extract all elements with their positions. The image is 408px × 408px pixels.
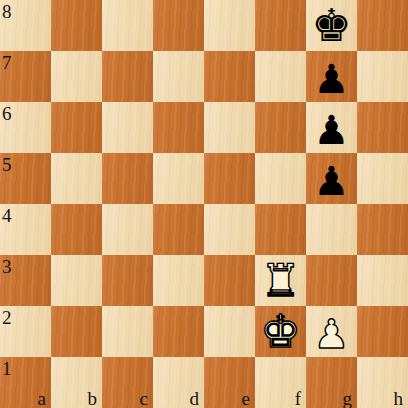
square-h7[interactable] — [357, 51, 408, 102]
square-d4[interactable] — [153, 204, 204, 255]
square-e1[interactable]: e — [204, 357, 255, 408]
square-c1[interactable]: c — [102, 357, 153, 408]
square-d1[interactable]: d — [153, 357, 204, 408]
square-f7[interactable] — [255, 51, 306, 102]
square-b5[interactable] — [51, 153, 102, 204]
square-h6[interactable] — [357, 102, 408, 153]
square-d6[interactable] — [153, 102, 204, 153]
square-f5[interactable] — [255, 153, 306, 204]
square-e7[interactable] — [204, 51, 255, 102]
rank-label-3: 3 — [2, 257, 12, 276]
square-a3[interactable]: 3 — [0, 255, 51, 306]
square-c8[interactable] — [102, 0, 153, 51]
square-c5[interactable] — [102, 153, 153, 204]
square-e3[interactable] — [204, 255, 255, 306]
rank-label-8: 8 — [2, 2, 12, 21]
file-label-h: h — [394, 389, 404, 408]
black-pawn-g7[interactable]: ♟ — [306, 51, 357, 104]
rank-label-6: 6 — [2, 104, 12, 123]
square-b2[interactable] — [51, 306, 102, 357]
square-b7[interactable] — [51, 51, 102, 102]
square-g8[interactable]: ♚ — [306, 0, 357, 51]
square-a8[interactable]: 8 — [0, 0, 51, 51]
rank-label-1: 1 — [2, 359, 12, 378]
square-h1[interactable]: h — [357, 357, 408, 408]
square-d5[interactable] — [153, 153, 204, 204]
white-rook-f3[interactable]: ♜ — [255, 255, 306, 306]
square-a5[interactable]: 5 — [0, 153, 51, 204]
square-f8[interactable] — [255, 0, 306, 51]
file-label-g: g — [343, 389, 353, 408]
square-g5[interactable]: ♟ — [306, 153, 357, 204]
square-f3[interactable]: ♜ — [255, 255, 306, 306]
square-h5[interactable] — [357, 153, 408, 204]
chess-board: 8♚7♟6♟5♟43♜2♚♟1abcdefgh — [0, 0, 408, 408]
square-a2[interactable]: 2 — [0, 306, 51, 357]
square-a1[interactable]: 1a — [0, 357, 51, 408]
square-h8[interactable] — [357, 0, 408, 51]
square-f2[interactable]: ♚ — [255, 306, 306, 357]
square-d8[interactable] — [153, 0, 204, 51]
square-f1[interactable]: f — [255, 357, 306, 408]
rank-label-2: 2 — [2, 308, 12, 327]
square-g7[interactable]: ♟ — [306, 51, 357, 102]
square-c2[interactable] — [102, 306, 153, 357]
square-b3[interactable] — [51, 255, 102, 306]
square-e4[interactable] — [204, 204, 255, 255]
chess-board-window: 8♚7♟6♟5♟43♜2♚♟1abcdefgh — [0, 0, 408, 408]
square-h4[interactable] — [357, 204, 408, 255]
file-label-d: d — [190, 389, 200, 408]
square-e5[interactable] — [204, 153, 255, 204]
square-a6[interactable]: 6 — [0, 102, 51, 153]
square-b8[interactable] — [51, 0, 102, 51]
square-c3[interactable] — [102, 255, 153, 306]
square-e8[interactable] — [204, 0, 255, 51]
square-c7[interactable] — [102, 51, 153, 102]
file-label-e: e — [242, 389, 250, 408]
square-g2[interactable]: ♟ — [306, 306, 357, 357]
square-f6[interactable] — [255, 102, 306, 153]
white-king-f2[interactable]: ♚ — [255, 306, 306, 357]
square-e2[interactable] — [204, 306, 255, 357]
square-h3[interactable] — [357, 255, 408, 306]
file-label-b: b — [88, 389, 98, 408]
square-b4[interactable] — [51, 204, 102, 255]
rank-label-4: 4 — [2, 206, 12, 225]
square-g3[interactable] — [306, 255, 357, 306]
square-f4[interactable] — [255, 204, 306, 255]
rank-label-7: 7 — [2, 53, 12, 72]
square-a4[interactable]: 4 — [0, 204, 51, 255]
square-b1[interactable]: b — [51, 357, 102, 408]
square-b6[interactable] — [51, 102, 102, 153]
black-pawn-g5[interactable]: ♟ — [306, 153, 357, 206]
square-d7[interactable] — [153, 51, 204, 102]
square-d2[interactable] — [153, 306, 204, 357]
square-g6[interactable]: ♟ — [306, 102, 357, 153]
square-h2[interactable] — [357, 306, 408, 357]
black-king-g8[interactable]: ♚ — [306, 0, 357, 51]
file-label-a: a — [38, 389, 46, 408]
rank-label-5: 5 — [2, 155, 12, 174]
square-g4[interactable] — [306, 204, 357, 255]
square-c6[interactable] — [102, 102, 153, 153]
square-g1[interactable]: g — [306, 357, 357, 408]
square-d3[interactable] — [153, 255, 204, 306]
file-label-f: f — [295, 389, 301, 408]
square-e6[interactable] — [204, 102, 255, 153]
square-c4[interactable] — [102, 204, 153, 255]
file-label-c: c — [140, 389, 148, 408]
black-pawn-g6[interactable]: ♟ — [306, 102, 357, 155]
white-pawn-g2[interactable]: ♟ — [306, 306, 357, 359]
square-a7[interactable]: 7 — [0, 51, 51, 102]
